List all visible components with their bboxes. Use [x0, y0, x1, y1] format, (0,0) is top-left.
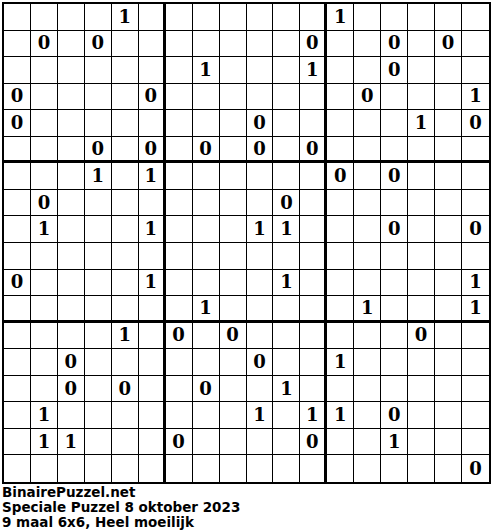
cell-r17-c7-given: 0: [166, 429, 193, 456]
cell-r2-c14[interactable]: [354, 31, 381, 58]
cell-r9-c18-given: 0: [462, 216, 489, 243]
cell-r5-c14[interactable]: [354, 110, 381, 137]
cell-r14-c11[interactable]: [273, 349, 300, 376]
cell-r5-c11[interactable]: [273, 110, 300, 137]
cell-r2-c9[interactable]: [220, 31, 247, 58]
cell-r14-c12[interactable]: [300, 349, 327, 376]
cell-r12-c17[interactable]: [435, 296, 462, 323]
cell-r7-c18[interactable]: [462, 163, 489, 190]
cell-r16-c16[interactable]: [408, 402, 435, 429]
cell-r18-c11[interactable]: [273, 455, 300, 482]
cell-r3-c2[interactable]: [31, 57, 58, 84]
cell-r5-c18-given: 0: [462, 110, 489, 137]
cell-r13-c2[interactable]: [31, 323, 58, 350]
cell-r3-c7[interactable]: [166, 57, 193, 84]
cell-r12-c14-given: 1: [354, 296, 381, 323]
cell-r14-c18[interactable]: [462, 349, 489, 376]
cell-r2-c1[interactable]: [4, 31, 31, 58]
cell-r17-c13[interactable]: [327, 429, 354, 456]
cell-r8-c10[interactable]: [247, 190, 274, 217]
cell-r18-c16[interactable]: [408, 455, 435, 482]
cell-r11-c18-given: 1: [462, 270, 489, 297]
cell-r13-c15[interactable]: [381, 323, 408, 350]
cell-r3-c16[interactable]: [408, 57, 435, 84]
cell-r12-c9[interactable]: [220, 296, 247, 323]
cell-r5-c17[interactable]: [435, 110, 462, 137]
cell-r2-c6[interactable]: [139, 31, 166, 58]
cell-r8-c8[interactable]: [193, 190, 220, 217]
cell-r5-c7[interactable]: [166, 110, 193, 137]
cell-r10-c6[interactable]: [139, 243, 166, 270]
cell-r15-c18[interactable]: [462, 376, 489, 403]
cell-r2-c8[interactable]: [193, 31, 220, 58]
cell-r7-c12[interactable]: [300, 163, 327, 190]
cell-r11-c17[interactable]: [435, 270, 462, 297]
cell-r7-c1[interactable]: [4, 163, 31, 190]
cell-r1-c5-given: 1: [112, 4, 139, 31]
cell-r17-c17[interactable]: [435, 429, 462, 456]
cell-r14-c6[interactable]: [139, 349, 166, 376]
cell-r1-c12[interactable]: [300, 4, 327, 31]
cell-r17-c8[interactable]: [193, 429, 220, 456]
cell-r5-c2[interactable]: [31, 110, 58, 137]
cell-r14-c2[interactable]: [31, 349, 58, 376]
cell-r18-c18-given: 0: [462, 455, 489, 482]
cell-r15-c12[interactable]: [300, 376, 327, 403]
cell-r16-c6[interactable]: [139, 402, 166, 429]
cell-r18-c14[interactable]: [354, 455, 381, 482]
cell-r2-c15-given: 0: [381, 31, 408, 58]
cell-r2-c3[interactable]: [58, 31, 85, 58]
cell-r5-c15[interactable]: [381, 110, 408, 137]
cell-r11-c16[interactable]: [408, 270, 435, 297]
cell-r8-c2-given: 0: [31, 190, 58, 217]
cell-r2-c11[interactable]: [273, 31, 300, 58]
cell-r1-c16[interactable]: [408, 4, 435, 31]
cell-r6-c18[interactable]: [462, 137, 489, 164]
cell-r7-c9[interactable]: [220, 163, 247, 190]
cell-r13-c11[interactable]: [273, 323, 300, 350]
cell-r18-c5[interactable]: [112, 455, 139, 482]
cell-r8-c16[interactable]: [408, 190, 435, 217]
cell-r15-c14[interactable]: [354, 376, 381, 403]
cell-r6-c3[interactable]: [58, 137, 85, 164]
cell-r2-c10[interactable]: [247, 31, 274, 58]
cell-r15-c9[interactable]: [220, 376, 247, 403]
cell-r15-c4[interactable]: [85, 376, 112, 403]
cell-r8-c11-given: 0: [273, 190, 300, 217]
cell-r11-c7[interactable]: [166, 270, 193, 297]
cell-r7-c5[interactable]: [112, 163, 139, 190]
cell-r4-c9[interactable]: [220, 84, 247, 111]
cell-r3-c6[interactable]: [139, 57, 166, 84]
cell-r7-c10[interactable]: [247, 163, 274, 190]
cell-r4-c8[interactable]: [193, 84, 220, 111]
cell-r16-c8[interactable]: [193, 402, 220, 429]
cell-r10-c2[interactable]: [31, 243, 58, 270]
cell-r12-c13[interactable]: [327, 296, 354, 323]
cell-r10-c8[interactable]: [193, 243, 220, 270]
cell-r4-c16[interactable]: [408, 84, 435, 111]
cell-r10-c11[interactable]: [273, 243, 300, 270]
cell-r4-c5[interactable]: [112, 84, 139, 111]
cell-r16-c15-given: 0: [381, 402, 408, 429]
cell-r9-c4[interactable]: [85, 216, 112, 243]
cell-r4-c10[interactable]: [247, 84, 274, 111]
cell-r8-c4[interactable]: [85, 190, 112, 217]
cell-r4-c7[interactable]: [166, 84, 193, 111]
cell-r15-c2[interactable]: [31, 376, 58, 403]
cell-r10-c18[interactable]: [462, 243, 489, 270]
cell-r17-c3-given: 1: [58, 429, 85, 456]
cell-r2-c13[interactable]: [327, 31, 354, 58]
cell-r14-c4[interactable]: [85, 349, 112, 376]
cell-r8-c7[interactable]: [166, 190, 193, 217]
cell-r6-c16[interactable]: [408, 137, 435, 164]
cell-r18-c13[interactable]: [327, 455, 354, 482]
cell-r4-c13[interactable]: [327, 84, 354, 111]
cell-r6-c9[interactable]: [220, 137, 247, 164]
cell-r2-c4-given: 0: [85, 31, 112, 58]
cell-r9-c5[interactable]: [112, 216, 139, 243]
cell-r11-c15[interactable]: [381, 270, 408, 297]
cell-r7-c2[interactable]: [31, 163, 58, 190]
cell-r4-c11[interactable]: [273, 84, 300, 111]
cell-r17-c16[interactable]: [408, 429, 435, 456]
cell-r6-c4-given: 0: [85, 137, 112, 164]
cell-r5-c13[interactable]: [327, 110, 354, 137]
cell-r15-c10[interactable]: [247, 376, 274, 403]
cell-r10-c15[interactable]: [381, 243, 408, 270]
cell-r17-c5[interactable]: [112, 429, 139, 456]
cell-r16-c4[interactable]: [85, 402, 112, 429]
cell-r6-c1[interactable]: [4, 137, 31, 164]
cell-r10-c10[interactable]: [247, 243, 274, 270]
cell-r3-c10[interactable]: [247, 57, 274, 84]
cell-r2-c7[interactable]: [166, 31, 193, 58]
cell-r4-c2[interactable]: [31, 84, 58, 111]
cell-r4-c14-given: 0: [354, 84, 381, 111]
cell-r10-c13[interactable]: [327, 243, 354, 270]
cell-r4-c12[interactable]: [300, 84, 327, 111]
cell-r12-c3[interactable]: [58, 296, 85, 323]
cell-r7-c8[interactable]: [193, 163, 220, 190]
cell-r15-c11-given: 1: [273, 376, 300, 403]
cell-r8-c18[interactable]: [462, 190, 489, 217]
cell-r16-c10-given: 1: [247, 402, 274, 429]
cell-r11-c3[interactable]: [58, 270, 85, 297]
cell-r11-c8[interactable]: [193, 270, 220, 297]
cell-r17-c9[interactable]: [220, 429, 247, 456]
cell-r1-c14[interactable]: [354, 4, 381, 31]
cell-r5-c6[interactable]: [139, 110, 166, 137]
cell-r12-c10[interactable]: [247, 296, 274, 323]
cell-r14-c15[interactable]: [381, 349, 408, 376]
cell-r8-c9[interactable]: [220, 190, 247, 217]
cell-r10-c9[interactable]: [220, 243, 247, 270]
cell-r6-c13[interactable]: [327, 137, 354, 164]
cell-r18-c8[interactable]: [193, 455, 220, 482]
cell-r6-c14[interactable]: [354, 137, 381, 164]
cell-r8-c13[interactable]: [327, 190, 354, 217]
cell-r9-c8[interactable]: [193, 216, 220, 243]
cell-r14-c9[interactable]: [220, 349, 247, 376]
cell-r2-c2-given: 0: [31, 31, 58, 58]
cell-r7-c16[interactable]: [408, 163, 435, 190]
cell-r10-c5[interactable]: [112, 243, 139, 270]
cell-r17-c12-given: 0: [300, 429, 327, 456]
cell-r18-c17[interactable]: [435, 455, 462, 482]
cell-r5-c1-given: 0: [4, 110, 31, 137]
cell-r16-c18[interactable]: [462, 402, 489, 429]
cell-r5-c8[interactable]: [193, 110, 220, 137]
cell-r14-c13-given: 1: [327, 349, 354, 376]
cell-r16-c14[interactable]: [354, 402, 381, 429]
cell-r3-c14[interactable]: [354, 57, 381, 84]
cell-r3-c15-given: 0: [381, 57, 408, 84]
cell-r9-c9[interactable]: [220, 216, 247, 243]
cell-r13-c3[interactable]: [58, 323, 85, 350]
cell-r9-c6-given: 1: [139, 216, 166, 243]
cell-r7-c15-given: 0: [381, 163, 408, 190]
cell-r3-c18[interactable]: [462, 57, 489, 84]
cell-r9-c17[interactable]: [435, 216, 462, 243]
cell-r11-c10[interactable]: [247, 270, 274, 297]
cell-r13-c18[interactable]: [462, 323, 489, 350]
cell-r12-c5[interactable]: [112, 296, 139, 323]
cell-r13-c13[interactable]: [327, 323, 354, 350]
cell-r6-c5[interactable]: [112, 137, 139, 164]
cell-r9-c14[interactable]: [354, 216, 381, 243]
cell-r6-c2[interactable]: [31, 137, 58, 164]
cell-r4-c17[interactable]: [435, 84, 462, 111]
cell-r13-c17[interactable]: [435, 323, 462, 350]
cell-r2-c17-given: 0: [435, 31, 462, 58]
cell-r4-c4[interactable]: [85, 84, 112, 111]
cell-r5-c3[interactable]: [58, 110, 85, 137]
cell-r9-c12[interactable]: [300, 216, 327, 243]
cell-r12-c2[interactable]: [31, 296, 58, 323]
cell-r18-c10[interactable]: [247, 455, 274, 482]
cell-r1-c8[interactable]: [193, 4, 220, 31]
cell-r3-c3[interactable]: [58, 57, 85, 84]
cell-r14-c17[interactable]: [435, 349, 462, 376]
cell-r7-c4-given: 1: [85, 163, 112, 190]
cell-r13-c6[interactable]: [139, 323, 166, 350]
cell-r7-c17[interactable]: [435, 163, 462, 190]
cell-r13-c16-given: 0: [408, 323, 435, 350]
cell-r17-c6[interactable]: [139, 429, 166, 456]
cell-r8-c3[interactable]: [58, 190, 85, 217]
cell-r12-c11[interactable]: [273, 296, 300, 323]
cell-r16-c5[interactable]: [112, 402, 139, 429]
cell-r17-c11[interactable]: [273, 429, 300, 456]
cell-r13-c1[interactable]: [4, 323, 31, 350]
cell-r8-c12[interactable]: [300, 190, 327, 217]
cell-r3-c17[interactable]: [435, 57, 462, 84]
cell-r8-c1[interactable]: [4, 190, 31, 217]
cell-r3-c4[interactable]: [85, 57, 112, 84]
cell-r18-c6[interactable]: [139, 455, 166, 482]
cell-r12-c12[interactable]: [300, 296, 327, 323]
cell-r11-c4[interactable]: [85, 270, 112, 297]
cell-r3-c9[interactable]: [220, 57, 247, 84]
cell-r16-c11[interactable]: [273, 402, 300, 429]
cell-r16-c1[interactable]: [4, 402, 31, 429]
cell-r8-c5[interactable]: [112, 190, 139, 217]
cell-r10-c16[interactable]: [408, 243, 435, 270]
cell-r11-c12[interactable]: [300, 270, 327, 297]
cell-r11-c5[interactable]: [112, 270, 139, 297]
cell-r11-c13[interactable]: [327, 270, 354, 297]
cell-r17-c18[interactable]: [462, 429, 489, 456]
cell-r16-c13-given: 1: [327, 402, 354, 429]
cell-r9-c11-given: 1: [273, 216, 300, 243]
cell-r14-c16[interactable]: [408, 349, 435, 376]
cell-r5-c12[interactable]: [300, 110, 327, 137]
cell-r7-c3[interactable]: [58, 163, 85, 190]
cell-r10-c14[interactable]: [354, 243, 381, 270]
cell-r7-c11[interactable]: [273, 163, 300, 190]
cell-r15-c6[interactable]: [139, 376, 166, 403]
cell-r3-c13[interactable]: [327, 57, 354, 84]
cell-r14-c5[interactable]: [112, 349, 139, 376]
cell-r7-c6-given: 1: [139, 163, 166, 190]
cell-r8-c15[interactable]: [381, 190, 408, 217]
cell-r4-c15[interactable]: [381, 84, 408, 111]
cell-r9-c2-given: 1: [31, 216, 58, 243]
cell-r3-c5[interactable]: [112, 57, 139, 84]
cell-r15-c3-given: 0: [58, 376, 85, 403]
cell-r11-c14[interactable]: [354, 270, 381, 297]
cell-r18-c4[interactable]: [85, 455, 112, 482]
cell-r8-c17[interactable]: [435, 190, 462, 217]
cell-r12-c18-given: 1: [462, 296, 489, 323]
cell-r6-c17[interactable]: [435, 137, 462, 164]
cell-r5-c16-given: 1: [408, 110, 435, 137]
cell-r10-c3[interactable]: [58, 243, 85, 270]
cell-r12-c1[interactable]: [4, 296, 31, 323]
cell-r7-c7[interactable]: [166, 163, 193, 190]
cell-r13-c12[interactable]: [300, 323, 327, 350]
cell-r12-c15[interactable]: [381, 296, 408, 323]
cell-r18-c12[interactable]: [300, 455, 327, 482]
cell-r3-c11[interactable]: [273, 57, 300, 84]
cell-r7-c14[interactable]: [354, 163, 381, 190]
cell-r12-c7[interactable]: [166, 296, 193, 323]
cell-r17-c10[interactable]: [247, 429, 274, 456]
cell-r16-c17[interactable]: [435, 402, 462, 429]
cell-r2-c18[interactable]: [462, 31, 489, 58]
cell-r1-c10[interactable]: [247, 4, 274, 31]
cell-r10-c12[interactable]: [300, 243, 327, 270]
cell-r15-c1[interactable]: [4, 376, 31, 403]
cell-r5-c5[interactable]: [112, 110, 139, 137]
cell-r8-c6[interactable]: [139, 190, 166, 217]
cell-r3-c8-given: 1: [193, 57, 220, 84]
cell-r2-c5[interactable]: [112, 31, 139, 58]
cell-r15-c16[interactable]: [408, 376, 435, 403]
cell-r8-c14[interactable]: [354, 190, 381, 217]
cell-r13-c8[interactable]: [193, 323, 220, 350]
cell-r9-c16[interactable]: [408, 216, 435, 243]
cell-r3-c1[interactable]: [4, 57, 31, 84]
cell-r15-c7[interactable]: [166, 376, 193, 403]
cell-r1-c15[interactable]: [381, 4, 408, 31]
cell-r14-c14[interactable]: [354, 349, 381, 376]
cell-r18-c1[interactable]: [4, 455, 31, 482]
cell-r1-c6[interactable]: [139, 4, 166, 31]
cell-r10-c17[interactable]: [435, 243, 462, 270]
cell-r17-c4[interactable]: [85, 429, 112, 456]
cell-r14-c7[interactable]: [166, 349, 193, 376]
cell-r1-c9[interactable]: [220, 4, 247, 31]
cell-r1-c11[interactable]: [273, 4, 300, 31]
cell-r18-c3[interactable]: [58, 455, 85, 482]
cell-r14-c3-given: 0: [58, 349, 85, 376]
cell-r13-c4[interactable]: [85, 323, 112, 350]
cell-r6-c15[interactable]: [381, 137, 408, 164]
cell-r9-c3[interactable]: [58, 216, 85, 243]
cell-r1-c7[interactable]: [166, 4, 193, 31]
cell-r18-c2[interactable]: [31, 455, 58, 482]
cell-r15-c15[interactable]: [381, 376, 408, 403]
cell-r11-c9[interactable]: [220, 270, 247, 297]
cell-r10-c4[interactable]: [85, 243, 112, 270]
cell-r9-c7[interactable]: [166, 216, 193, 243]
cell-r14-c1[interactable]: [4, 349, 31, 376]
cell-r10-c7[interactable]: [166, 243, 193, 270]
cell-r1-c2[interactable]: [31, 4, 58, 31]
cell-r15-c13[interactable]: [327, 376, 354, 403]
puzzle-title: Speciale Puzzel 8 oktober 2023: [2, 500, 493, 515]
cell-r9-c13[interactable]: [327, 216, 354, 243]
cell-r12-c6[interactable]: [139, 296, 166, 323]
cell-r12-c16[interactable]: [408, 296, 435, 323]
cell-r16-c3[interactable]: [58, 402, 85, 429]
cell-r13-c14[interactable]: [354, 323, 381, 350]
cell-r18-c9[interactable]: [220, 455, 247, 482]
cell-r1-c4[interactable]: [85, 4, 112, 31]
cell-r6-c7[interactable]: [166, 137, 193, 164]
cell-r2-c16[interactable]: [408, 31, 435, 58]
cell-r18-c15[interactable]: [381, 455, 408, 482]
cell-r1-c1[interactable]: [4, 4, 31, 31]
cell-r5-c9[interactable]: [220, 110, 247, 137]
cell-r6-c11[interactable]: [273, 137, 300, 164]
cell-r17-c1[interactable]: [4, 429, 31, 456]
cell-r7-c13-given: 0: [327, 163, 354, 190]
cell-r1-c18[interactable]: [462, 4, 489, 31]
cell-r1-c17[interactable]: [435, 4, 462, 31]
cell-r9-c1[interactable]: [4, 216, 31, 243]
cell-r4-c3[interactable]: [58, 84, 85, 111]
cell-r1-c3[interactable]: [58, 4, 85, 31]
cell-r18-c7[interactable]: [166, 455, 193, 482]
cell-r10-c1[interactable]: [4, 243, 31, 270]
cell-r13-c10[interactable]: [247, 323, 274, 350]
cell-r4-c1-given: 0: [4, 84, 31, 111]
cell-r14-c8[interactable]: [193, 349, 220, 376]
cell-r5-c4[interactable]: [85, 110, 112, 137]
cell-r17-c14[interactable]: [354, 429, 381, 456]
cell-r11-c2[interactable]: [31, 270, 58, 297]
cell-r16-c9[interactable]: [220, 402, 247, 429]
cell-r15-c17[interactable]: [435, 376, 462, 403]
cell-r13-c7-given: 0: [166, 323, 193, 350]
cell-r12-c4[interactable]: [85, 296, 112, 323]
cell-r16-c7[interactable]: [166, 402, 193, 429]
